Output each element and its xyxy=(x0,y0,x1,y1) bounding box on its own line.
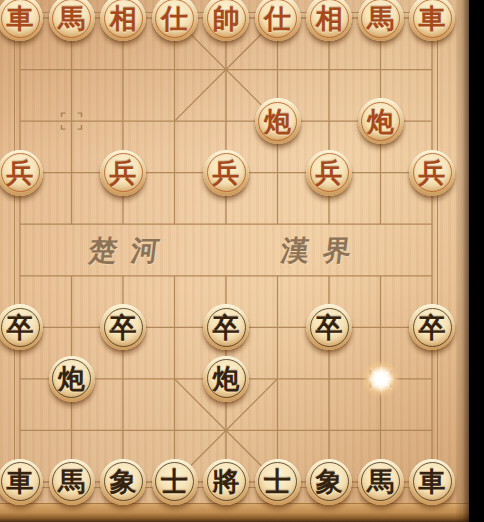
black-chariot[interactable]: 車 xyxy=(0,459,43,505)
black-horse[interactable]: 馬 xyxy=(358,459,404,505)
red-soldier[interactable]: 兵 xyxy=(100,150,146,196)
red-soldier[interactable]: 兵 xyxy=(0,150,43,196)
black-soldier[interactable]: 卒 xyxy=(306,304,352,350)
red-chariot[interactable]: 車 xyxy=(0,0,43,41)
red-soldier[interactable]: 兵 xyxy=(409,150,455,196)
right-black-strip xyxy=(469,0,484,522)
red-chariot[interactable]: 車 xyxy=(409,0,455,41)
red-general[interactable]: 帥 xyxy=(203,0,249,41)
red-elephant[interactable]: 相 xyxy=(100,0,146,41)
black-soldier[interactable]: 卒 xyxy=(409,304,455,350)
red-advisor[interactable]: 仕 xyxy=(152,0,198,41)
xiangqi-board[interactable]: 車馬相仕帥仕相馬車炮炮兵兵兵兵兵卒卒卒卒卒炮炮車馬象士將士象馬車 xyxy=(0,0,458,508)
black-horse[interactable]: 馬 xyxy=(49,459,95,505)
black-elephant[interactable]: 象 xyxy=(100,459,146,505)
red-cannon[interactable]: 炮 xyxy=(358,98,404,144)
red-horse[interactable]: 馬 xyxy=(49,0,95,41)
red-cannon[interactable]: 炮 xyxy=(255,98,301,144)
red-elephant[interactable]: 相 xyxy=(306,0,352,41)
red-horse[interactable]: 馬 xyxy=(358,0,404,41)
black-chariot[interactable]: 車 xyxy=(409,459,455,505)
black-general[interactable]: 將 xyxy=(203,459,249,505)
xiangqi-board-background: 楚河 漢界 車馬相仕帥仕相馬車炮炮兵兵兵兵兵卒卒卒卒卒炮炮車馬象士將士象馬車 xyxy=(0,0,484,522)
black-elephant[interactable]: 象 xyxy=(306,459,352,505)
red-advisor[interactable]: 仕 xyxy=(255,0,301,41)
red-soldier[interactable]: 兵 xyxy=(306,150,352,196)
black-soldier[interactable]: 卒 xyxy=(0,304,43,350)
black-soldier[interactable]: 卒 xyxy=(203,304,249,350)
black-advisor[interactable]: 士 xyxy=(152,459,198,505)
black-cannon[interactable]: 炮 xyxy=(203,356,249,402)
black-soldier[interactable]: 卒 xyxy=(100,304,146,350)
black-advisor[interactable]: 士 xyxy=(255,459,301,505)
red-soldier[interactable]: 兵 xyxy=(203,150,249,196)
black-cannon[interactable]: 炮 xyxy=(49,356,95,402)
